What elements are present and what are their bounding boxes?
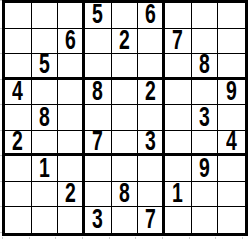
- tick-mark: [0, 28, 2, 29]
- cell-digit: 8: [92, 80, 103, 106]
- cell-r6c7[interactable]: [165, 131, 192, 157]
- cell-r9c4[interactable]: 3: [85, 207, 112, 233]
- cell-digit: 1: [39, 156, 50, 182]
- cell-r4c7[interactable]: [165, 80, 192, 106]
- cell-digit: 7: [92, 131, 103, 156]
- cell-r9c3[interactable]: [58, 207, 85, 233]
- cell-r8c5[interactable]: 8: [112, 182, 139, 208]
- cell-r3c3[interactable]: [58, 54, 85, 80]
- cell-r7c7[interactable]: [165, 156, 192, 182]
- tick-mark: [82, 237, 83, 239]
- cell-r7c1[interactable]: [5, 156, 32, 182]
- cell-r3c8[interactable]: 8: [192, 54, 219, 80]
- cell-r1c5[interactable]: [112, 3, 139, 29]
- cell-digit: 9: [199, 156, 210, 182]
- cell-r4c9[interactable]: 9: [218, 80, 245, 106]
- tick-mark: [0, 232, 2, 233]
- cell-r2c1[interactable]: [5, 29, 32, 55]
- tick-mark: [242, 237, 243, 239]
- cell-digit: 2: [12, 131, 23, 156]
- cell-r3c6[interactable]: [138, 54, 165, 80]
- cell-r1c2[interactable]: [32, 3, 59, 29]
- tick-mark: [0, 130, 2, 131]
- cell-r5c8[interactable]: 3: [192, 105, 219, 131]
- cell-r4c3[interactable]: [58, 80, 85, 106]
- cell-digit: 8: [39, 105, 50, 131]
- tick-mark: [0, 181, 2, 182]
- tick-mark: [55, 237, 56, 239]
- tick-mark: [2, 237, 3, 239]
- cell-r5c2[interactable]: 8: [32, 105, 59, 131]
- cell-r4c8[interactable]: [192, 80, 219, 106]
- cell-digit: 4: [12, 80, 23, 106]
- cell-r8c6[interactable]: [138, 182, 165, 208]
- cell-digit: 4: [226, 131, 237, 156]
- cell-r3c2[interactable]: 5: [32, 54, 59, 80]
- cell-r8c4[interactable]: [85, 182, 112, 208]
- cell-r6c4[interactable]: 7: [85, 131, 112, 157]
- cell-r7c5[interactable]: [112, 156, 139, 182]
- cell-r7c2[interactable]: 1: [32, 156, 59, 182]
- cell-digit: 2: [65, 182, 76, 208]
- cell-digit: 8: [119, 182, 130, 208]
- tick-mark: [109, 237, 110, 239]
- cell-r9c5[interactable]: [112, 207, 139, 233]
- cell-digit: 5: [92, 3, 103, 29]
- cell-digit: 2: [145, 80, 156, 106]
- cell-r8c3[interactable]: 2: [58, 182, 85, 208]
- cell-r9c8[interactable]: [192, 207, 219, 233]
- cell-r8c9[interactable]: [218, 182, 245, 208]
- cell-r6c5[interactable]: [112, 131, 139, 157]
- cell-r7c8[interactable]: 9: [192, 156, 219, 182]
- tick-mark: [29, 237, 30, 239]
- cell-r6c2[interactable]: [32, 131, 59, 157]
- cell-r5c9[interactable]: [218, 105, 245, 131]
- cell-r7c9[interactable]: [218, 156, 245, 182]
- cell-r8c8[interactable]: [192, 182, 219, 208]
- cell-r6c1[interactable]: 2: [5, 131, 32, 157]
- cell-r2c9[interactable]: [218, 29, 245, 55]
- tick-mark: [0, 104, 2, 105]
- cell-r2c5[interactable]: 2: [112, 29, 139, 55]
- cell-r9c6[interactable]: 7: [138, 207, 165, 233]
- cell-r5c3[interactable]: [58, 105, 85, 131]
- cell-r2c4[interactable]: [85, 29, 112, 55]
- cell-r4c1[interactable]: 4: [5, 80, 32, 106]
- cell-r1c6[interactable]: 6: [138, 3, 165, 29]
- cell-r9c9[interactable]: [218, 207, 245, 233]
- cell-r2c7[interactable]: 7: [165, 29, 192, 55]
- cell-r7c6[interactable]: [138, 156, 165, 182]
- cell-digit: 3: [145, 131, 156, 156]
- tick-mark: [0, 0, 2, 1]
- cell-r1c3[interactable]: [58, 3, 85, 29]
- cell-digit: 5: [39, 54, 50, 79]
- cell-r4c6[interactable]: 2: [138, 80, 165, 106]
- cell-r1c9[interactable]: [218, 3, 245, 29]
- tick-mark: [162, 237, 163, 239]
- tick-mark: [0, 206, 2, 207]
- cell-r3c5[interactable]: [112, 54, 139, 80]
- cell-r6c3[interactable]: [58, 131, 85, 157]
- cell-r7c4[interactable]: [85, 156, 112, 182]
- cell-r4c4[interactable]: 8: [85, 80, 112, 106]
- cell-r8c2[interactable]: [32, 182, 59, 208]
- cell-r5c5[interactable]: [112, 105, 139, 131]
- cell-digit: 9: [226, 80, 237, 106]
- cell-digit: 6: [145, 3, 156, 29]
- cell-r7c3[interactable]: [58, 156, 85, 182]
- cell-r1c7[interactable]: [165, 3, 192, 29]
- cell-r9c1[interactable]: [5, 207, 32, 233]
- sudoku-board: 566275848298327341928137: [2, 0, 248, 236]
- cell-r8c7[interactable]: 1: [165, 182, 192, 208]
- tick-mark: [0, 79, 2, 80]
- cell-r5c6[interactable]: [138, 105, 165, 131]
- cell-r9c2[interactable]: [32, 207, 59, 233]
- tick-mark: [135, 237, 136, 239]
- cell-digit: 1: [172, 182, 183, 208]
- tick-mark: [0, 53, 2, 54]
- cell-r9c7[interactable]: [165, 207, 192, 233]
- cell-r2c2[interactable]: [32, 29, 59, 55]
- cell-digit: 3: [199, 105, 210, 131]
- cell-r3c4[interactable]: [85, 54, 112, 80]
- cell-digit: 7: [172, 29, 183, 55]
- cell-r1c8[interactable]: [192, 3, 219, 29]
- cell-r4c2[interactable]: [32, 80, 59, 106]
- cell-r1c4[interactable]: 5: [85, 3, 112, 29]
- cell-r1c1[interactable]: [5, 3, 32, 29]
- cell-r5c1[interactable]: [5, 105, 32, 131]
- page: 566275848298327341928137: [0, 0, 252, 240]
- tick-mark: [189, 237, 190, 239]
- cell-r6c6[interactable]: 3: [138, 131, 165, 157]
- cell-r3c1[interactable]: [5, 54, 32, 80]
- cell-r6c8[interactable]: [192, 131, 219, 157]
- tick-mark: [215, 237, 216, 239]
- tick-mark: [0, 155, 2, 156]
- cell-r5c7[interactable]: [165, 105, 192, 131]
- cell-digit: 6: [65, 29, 76, 55]
- cell-digit: 2: [119, 29, 130, 55]
- cell-r2c8[interactable]: [192, 29, 219, 55]
- cell-r2c6[interactable]: [138, 29, 165, 55]
- cell-r5c4[interactable]: [85, 105, 112, 131]
- cell-digit: 8: [199, 54, 210, 79]
- cell-r2c3[interactable]: 6: [58, 29, 85, 55]
- cell-r4c5[interactable]: [112, 80, 139, 106]
- cell-r6c9[interactable]: 4: [218, 131, 245, 157]
- cell-digit: 3: [92, 207, 103, 233]
- cell-r8c1[interactable]: [5, 182, 32, 208]
- cell-r3c7[interactable]: [165, 54, 192, 80]
- cell-r3c9[interactable]: [218, 54, 245, 80]
- cell-digit: 7: [145, 207, 156, 233]
